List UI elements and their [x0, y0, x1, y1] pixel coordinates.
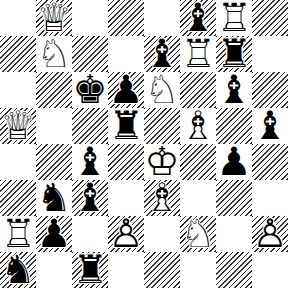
- black-bishop: ♝: [72, 180, 108, 216]
- white-pawn: ♙: [252, 216, 288, 252]
- square-b7[interactable]: ♞♘: [36, 36, 72, 72]
- black-king: ♚: [72, 72, 108, 108]
- square-c6[interactable]: ♚♚: [72, 72, 108, 108]
- square-a5[interactable]: ♛♕: [0, 108, 36, 144]
- square-c8[interactable]: [72, 0, 108, 36]
- black-pawn: ♟: [216, 144, 252, 180]
- square-e2[interactable]: [144, 216, 180, 252]
- white-queen: ♕: [0, 108, 36, 144]
- black-knight: ♞: [0, 252, 36, 288]
- black-pawn: ♟: [36, 216, 72, 252]
- square-b1[interactable]: [36, 252, 72, 288]
- square-b5[interactable]: [36, 108, 72, 144]
- square-d5[interactable]: ♜♜: [108, 108, 144, 144]
- black-rook: ♜: [108, 108, 144, 144]
- white-bishop: ♗: [180, 108, 216, 144]
- square-h2[interactable]: ♟♙: [252, 216, 288, 252]
- square-h7[interactable]: [252, 36, 288, 72]
- square-b6[interactable]: [36, 72, 72, 108]
- square-d8[interactable]: [108, 0, 144, 36]
- black-bishop: ♝: [216, 72, 252, 108]
- square-g4[interactable]: ♟♟: [216, 144, 252, 180]
- square-c3[interactable]: ♝♝: [72, 180, 108, 216]
- square-f1[interactable]: [180, 252, 216, 288]
- white-knight: ♘: [36, 36, 72, 72]
- white-bishop: ♗: [144, 180, 180, 216]
- square-d4[interactable]: [108, 144, 144, 180]
- white-knight: ♘: [180, 216, 216, 252]
- square-f2[interactable]: ♞♘: [180, 216, 216, 252]
- square-f7[interactable]: ♜♖: [180, 36, 216, 72]
- square-h4[interactable]: [252, 144, 288, 180]
- white-knight: ♘: [144, 72, 180, 108]
- square-b2[interactable]: ♟♟: [36, 216, 72, 252]
- square-e3[interactable]: ♝♗: [144, 180, 180, 216]
- square-d1[interactable]: [108, 252, 144, 288]
- square-a7[interactable]: [0, 36, 36, 72]
- square-g1[interactable]: [216, 252, 252, 288]
- black-bishop: ♝: [252, 108, 288, 144]
- black-rook: ♜: [72, 252, 108, 288]
- square-a1[interactable]: ♞♞: [0, 252, 36, 288]
- white-pawn: ♙: [108, 216, 144, 252]
- white-rook: ♖: [180, 36, 216, 72]
- square-a8[interactable]: [0, 0, 36, 36]
- square-h8[interactable]: [252, 0, 288, 36]
- square-a4[interactable]: [0, 144, 36, 180]
- square-e6[interactable]: ♞♘: [144, 72, 180, 108]
- square-f4[interactable]: [180, 144, 216, 180]
- square-c1[interactable]: ♜♜: [72, 252, 108, 288]
- square-g3[interactable]: [216, 180, 252, 216]
- square-g6[interactable]: ♝♝: [216, 72, 252, 108]
- square-e1[interactable]: [144, 252, 180, 288]
- square-h1[interactable]: [252, 252, 288, 288]
- square-d2[interactable]: ♟♙: [108, 216, 144, 252]
- square-h5[interactable]: ♝♝: [252, 108, 288, 144]
- square-f5[interactable]: ♝♗: [180, 108, 216, 144]
- square-g2[interactable]: [216, 216, 252, 252]
- chess-board: ♛♕♝♝♜♖♞♘♝♝♜♖♜♜♚♚♟♟♞♘♝♝♛♕♜♜♝♗♝♝♝♝♚♔♟♟♞♞♝♝…: [0, 0, 288, 288]
